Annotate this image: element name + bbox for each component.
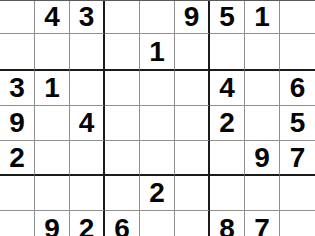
cell-r1-c3-given[interactable]: 3 xyxy=(70,1,105,34)
cell-r6-c6[interactable] xyxy=(175,176,210,211)
cell-r3-c7-given[interactable]: 4 xyxy=(210,71,245,106)
cell-r6-c7[interactable] xyxy=(210,176,245,211)
cell-r4-c6[interactable] xyxy=(175,106,210,141)
cell-r3-c1-given[interactable]: 3 xyxy=(0,71,35,106)
cell-r4-c5[interactable] xyxy=(140,106,175,141)
cell-r7-c7-given[interactable]: 8 xyxy=(210,211,245,236)
cell-r2-c5-given[interactable]: 1 xyxy=(140,34,175,71)
cell-r4-c3-given[interactable]: 4 xyxy=(70,106,105,141)
cell-r1-c1[interactable] xyxy=(0,1,35,34)
cell-r1-c7-given[interactable]: 5 xyxy=(210,1,245,34)
cell-r5-c8-given[interactable]: 9 xyxy=(245,141,280,176)
cell-r6-c2[interactable] xyxy=(35,176,70,211)
cell-r3-c4[interactable] xyxy=(105,71,140,106)
cell-r3-c9-given[interactable]: 6 xyxy=(280,71,315,106)
cell-r5-c1-given[interactable]: 2 xyxy=(0,141,35,176)
cell-r6-c8[interactable] xyxy=(245,176,280,211)
cell-r7-c8-given[interactable]: 7 xyxy=(245,211,280,236)
cell-r1-c8-given[interactable]: 1 xyxy=(245,1,280,34)
cell-r7-c6[interactable] xyxy=(175,211,210,236)
cell-r4-c7-given[interactable]: 2 xyxy=(210,106,245,141)
cell-r1-c5[interactable] xyxy=(140,1,175,34)
cell-r5-c7[interactable] xyxy=(210,141,245,176)
cell-r7-c5[interactable] xyxy=(140,211,175,236)
cell-r2-c7[interactable] xyxy=(210,34,245,71)
sudoku-screenshot: 43951131469425297292687 xyxy=(0,0,315,236)
cell-r4-c2[interactable] xyxy=(35,106,70,141)
cell-r7-c9[interactable] xyxy=(280,211,315,236)
cell-r5-c9-given[interactable]: 7 xyxy=(280,141,315,176)
cell-r5-c5[interactable] xyxy=(140,141,175,176)
cell-r1-c9[interactable] xyxy=(280,1,315,34)
cell-r2-c2[interactable] xyxy=(35,34,70,71)
cell-r6-c4[interactable] xyxy=(105,176,140,211)
cell-r4-c8[interactable] xyxy=(245,106,280,141)
cell-r1-c4[interactable] xyxy=(105,1,140,34)
cell-r4-c9-given[interactable]: 5 xyxy=(280,106,315,141)
cell-r2-c3[interactable] xyxy=(70,34,105,71)
cell-r4-c1-given[interactable]: 9 xyxy=(0,106,35,141)
cell-r2-c6[interactable] xyxy=(175,34,210,71)
cell-r6-c3[interactable] xyxy=(70,176,105,211)
cell-r3-c6[interactable] xyxy=(175,71,210,106)
sudoku-board: 43951131469425297292687 xyxy=(0,0,315,236)
cell-r6-c5-given[interactable]: 2 xyxy=(140,176,175,211)
cell-r5-c6[interactable] xyxy=(175,141,210,176)
cell-r4-c4[interactable] xyxy=(105,106,140,141)
cell-r1-c2-given[interactable]: 4 xyxy=(35,1,70,34)
cell-r1-c6-given[interactable]: 9 xyxy=(175,1,210,34)
cell-r7-c4-given[interactable]: 6 xyxy=(105,211,140,236)
cell-r7-c1[interactable] xyxy=(0,211,35,236)
cell-r2-c9[interactable] xyxy=(280,34,315,71)
cell-r5-c3[interactable] xyxy=(70,141,105,176)
cell-r5-c2[interactable] xyxy=(35,141,70,176)
cell-r2-c4[interactable] xyxy=(105,34,140,71)
cell-r6-c9[interactable] xyxy=(280,176,315,211)
cell-r5-c4[interactable] xyxy=(105,141,140,176)
cell-r3-c8[interactable] xyxy=(245,71,280,106)
cell-r6-c1[interactable] xyxy=(0,176,35,211)
cell-r7-c2-given[interactable]: 9 xyxy=(35,211,70,236)
cell-r3-c2-given[interactable]: 1 xyxy=(35,71,70,106)
cell-r2-c1[interactable] xyxy=(0,34,35,71)
cell-r2-c8[interactable] xyxy=(245,34,280,71)
cell-r3-c3[interactable] xyxy=(70,71,105,106)
cell-r3-c5[interactable] xyxy=(140,71,175,106)
cell-r7-c3-given[interactable]: 2 xyxy=(70,211,105,236)
